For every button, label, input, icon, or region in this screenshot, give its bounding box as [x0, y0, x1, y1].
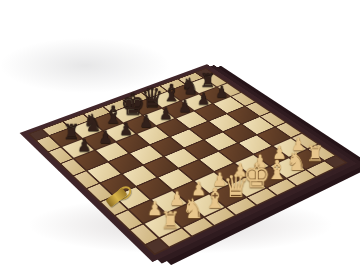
square-f8: ♝	[150, 92, 179, 108]
piece-black-pawn: ♟	[178, 98, 191, 114]
frame-cell	[142, 86, 166, 97]
square-e7: ♟	[144, 109, 174, 126]
frame-corner	[326, 156, 345, 167]
piece-white-knight: ♞	[286, 149, 307, 174]
piece-black-pawn: ♟	[119, 121, 133, 138]
piece-white-queen: ♛	[223, 171, 249, 202]
square-d8: ♚	[112, 106, 142, 122]
square-h5	[228, 107, 259, 123]
square-g7: ♟	[182, 94, 212, 110]
square-d7: ♟	[124, 116, 155, 133]
piece-black-knight: ♞	[181, 75, 199, 97]
square-c7: ♟	[104, 124, 135, 141]
piece-black-knight: ♞	[83, 111, 102, 135]
square-h7: ♟	[200, 88, 229, 103]
square-d6	[137, 127, 168, 145]
board-grid: ♜♞♝♚♛♝♞♜♟♟♟♟♟♟♟♟♟♟♟♟♟♟♟♟♜♞♝♛♚♝♞♜	[28, 68, 348, 255]
square-g8: ♞	[169, 85, 198, 100]
piece-black-pawn: ♟	[215, 84, 228, 100]
piece-white-knight: ♞	[182, 196, 204, 223]
piece-black-king: ♚	[120, 89, 145, 119]
square-h8: ♜	[187, 78, 216, 93]
rank-label-3	[261, 113, 285, 127]
board-stage: ♜♞♝♚♛♝♞♜♟♟♟♟♟♟♟♟♟♟♟♟♟♟♟♟♜♞♝♛♚♝♞♜	[47, 11, 321, 270]
square-f5	[190, 122, 221, 139]
square-c8: ♝	[92, 113, 122, 130]
square-f4	[205, 132, 237, 150]
piece-white-rook: ♜	[306, 143, 324, 165]
rank-label-4	[246, 103, 269, 116]
board-tilt: ♜♞♝♚♛♝♞♜♟♟♟♟♟♟♟♟♟♟♟♟♟♟♟♟♜♞♝♛♚♝♞♜	[20, 64, 357, 262]
square-f6	[177, 111, 208, 128]
frame-cell	[64, 115, 89, 128]
frame-cell	[104, 100, 129, 112]
piece-black-pawn: ♟	[159, 105, 173, 122]
frame-corner	[197, 69, 213, 77]
piece-white-bishop: ♝	[204, 185, 227, 212]
piece-black-pawn: ♟	[98, 129, 112, 146]
frame-cell	[124, 93, 148, 105]
square-g4	[224, 125, 255, 142]
square-e5	[171, 130, 202, 148]
square-e8: ♛	[131, 99, 161, 115]
piece-black-pawn: ♟	[77, 137, 91, 154]
frame-cell	[84, 107, 109, 119]
square-g6	[195, 104, 225, 120]
frame-cell	[43, 122, 69, 135]
frame-cell	[179, 73, 202, 84]
square-e4	[185, 140, 217, 158]
piece-black-pawn: ♟	[139, 113, 153, 130]
folding-box-lid: ♜♞♝♚♛♝♞♜♟♟♟♟♟♟♟♟♟♟♟♟♟♟♟♟♜♞♝♛♚♝♞♜	[20, 64, 357, 262]
square-h4	[243, 117, 274, 134]
rank-label-5	[232, 93, 255, 106]
piece-white-rook: ♜	[161, 209, 181, 233]
square-f7: ♟	[163, 101, 193, 117]
brass-clasp	[100, 184, 136, 214]
chess-set-photo: ♜♞♝♚♛♝♞♜♟♟♟♟♟♟♟♟♟♟♟♟♟♟♟♟♜♞♝♛♚♝♞♜	[0, 0, 360, 270]
piece-black-bishop: ♝	[103, 103, 123, 127]
piece-black-rook: ♜	[200, 71, 216, 90]
rank-label-7	[204, 74, 226, 86]
piece-black-bishop: ♝	[162, 81, 181, 104]
piece-black-queen: ♛	[141, 84, 163, 111]
square-g5	[209, 114, 240, 131]
frame-cell	[161, 79, 185, 90]
rank-label-6	[218, 83, 240, 95]
square-h6	[214, 97, 244, 113]
piece-black-pawn: ♟	[197, 91, 210, 107]
square-e6	[157, 119, 188, 136]
